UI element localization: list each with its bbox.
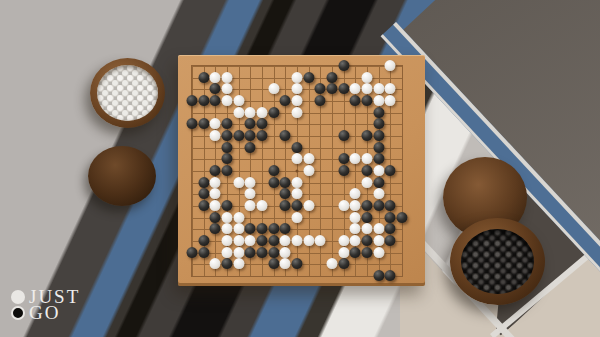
stone-white[interactable] (338, 235, 349, 246)
stone-black[interactable] (385, 270, 396, 281)
stone-black[interactable] (210, 95, 221, 106)
stone-black[interactable] (187, 95, 198, 106)
stone-black[interactable] (338, 258, 349, 269)
stone-black[interactable] (210, 223, 221, 234)
stone-black[interactable] (245, 247, 256, 258)
stone-white[interactable] (257, 200, 268, 211)
stone-black[interactable] (373, 142, 384, 153)
stone-white[interactable] (362, 72, 373, 83)
stone-white[interactable] (210, 177, 221, 188)
stone-black[interactable] (362, 200, 373, 211)
stone-black[interactable] (257, 130, 268, 141)
stone-white[interactable] (373, 247, 384, 258)
stone-black[interactable] (245, 130, 256, 141)
stone-black[interactable] (362, 235, 373, 246)
hoshi-point (296, 170, 299, 173)
stone-white[interactable] (210, 72, 221, 83)
stone-white[interactable] (292, 95, 303, 106)
stone-black[interactable] (397, 212, 408, 223)
stone-white[interactable] (292, 83, 303, 94)
stone-white[interactable] (210, 118, 221, 129)
stone-white[interactable] (233, 107, 244, 118)
stone-white[interactable] (303, 235, 314, 246)
stone-black[interactable] (198, 95, 209, 106)
stone-black[interactable] (280, 95, 291, 106)
stone-black[interactable] (327, 72, 338, 83)
stone-white[interactable] (245, 188, 256, 199)
stone-black[interactable] (210, 83, 221, 94)
stone-black[interactable] (268, 165, 279, 176)
stone-white[interactable] (245, 200, 256, 211)
stone-white[interactable] (268, 83, 279, 94)
stone-black[interactable] (198, 72, 209, 83)
stone-white[interactable] (373, 235, 384, 246)
stone-black[interactable] (268, 258, 279, 269)
stone-white[interactable] (233, 258, 244, 269)
stone-white[interactable] (245, 107, 256, 118)
stone-black[interactable] (362, 165, 373, 176)
stone-white[interactable] (292, 212, 303, 223)
stone-white[interactable] (292, 107, 303, 118)
stone-black[interactable] (187, 118, 198, 129)
stone-white[interactable] (210, 188, 221, 199)
stone-black[interactable] (373, 130, 384, 141)
stone-white[interactable] (292, 235, 303, 246)
stone-black[interactable] (338, 153, 349, 164)
stone-black[interactable] (338, 60, 349, 71)
stone-white[interactable] (373, 223, 384, 234)
stone-white[interactable] (292, 72, 303, 83)
stone-black[interactable] (362, 95, 373, 106)
stone-black[interactable] (222, 200, 233, 211)
stone-white[interactable] (385, 83, 396, 94)
stone-black[interactable] (350, 95, 361, 106)
go-board-grid[interactable] (191, 65, 403, 277)
stone-white[interactable] (350, 153, 361, 164)
stone-black[interactable] (292, 258, 303, 269)
stone-white[interactable] (233, 177, 244, 188)
stone-white[interactable] (233, 247, 244, 258)
stone-black[interactable] (257, 247, 268, 258)
stone-white[interactable] (350, 235, 361, 246)
stone-white[interactable] (362, 177, 373, 188)
stone-white[interactable] (338, 247, 349, 258)
stone-black[interactable] (245, 118, 256, 129)
stone-black[interactable] (373, 177, 384, 188)
stone-white[interactable] (222, 235, 233, 246)
stone-white[interactable] (210, 130, 221, 141)
stone-black[interactable] (222, 142, 233, 153)
stone-black[interactable] (292, 200, 303, 211)
stone-white[interactable] (222, 95, 233, 106)
stone-white[interactable] (222, 223, 233, 234)
stone-black[interactable] (280, 223, 291, 234)
stone-white[interactable] (350, 83, 361, 94)
stone-white[interactable] (350, 188, 361, 199)
stone-white[interactable] (210, 258, 221, 269)
stone-black[interactable] (222, 118, 233, 129)
stone-white[interactable] (280, 235, 291, 246)
stone-white[interactable] (373, 95, 384, 106)
stone-black[interactable] (222, 258, 233, 269)
stone-white[interactable] (233, 223, 244, 234)
stone-white[interactable] (222, 212, 233, 223)
stone-white[interactable] (210, 200, 221, 211)
stone-black[interactable] (233, 130, 244, 141)
stone-black[interactable] (198, 188, 209, 199)
stone-black[interactable] (210, 212, 221, 223)
stone-black[interactable] (362, 212, 373, 223)
stone-black[interactable] (222, 130, 233, 141)
stone-white[interactable] (338, 200, 349, 211)
stone-white[interactable] (303, 153, 314, 164)
white-stones-in-bowl (97, 65, 158, 121)
stone-white[interactable] (373, 165, 384, 176)
stone-black[interactable] (338, 83, 349, 94)
logo-text-go: GO (29, 304, 60, 321)
stone-black[interactable] (222, 153, 233, 164)
stone-white[interactable] (303, 200, 314, 211)
stone-black[interactable] (280, 188, 291, 199)
stone-black[interactable] (268, 235, 279, 246)
stone-black[interactable] (315, 95, 326, 106)
stone-white[interactable] (233, 212, 244, 223)
stone-white[interactable] (233, 95, 244, 106)
stone-white[interactable] (303, 165, 314, 176)
stone-white[interactable] (350, 223, 361, 234)
just-go-logo: JUST GO (11, 288, 80, 321)
stone-black[interactable] (268, 223, 279, 234)
stone-black[interactable] (257, 118, 268, 129)
black-stones-in-bowl (461, 229, 534, 294)
stone-black[interactable] (315, 83, 326, 94)
stone-white[interactable] (280, 258, 291, 269)
stone-white[interactable] (245, 177, 256, 188)
stone-white[interactable] (373, 188, 384, 199)
stone-white[interactable] (222, 72, 233, 83)
stone-white[interactable] (385, 95, 396, 106)
go-board[interactable] (178, 55, 425, 286)
stone-black[interactable] (373, 107, 384, 118)
stone-white[interactable] (350, 212, 361, 223)
stone-white[interactable] (362, 83, 373, 94)
stone-white[interactable] (280, 247, 291, 258)
stone-black[interactable] (385, 212, 396, 223)
stone-black[interactable] (385, 223, 396, 234)
stone-black[interactable] (268, 177, 279, 188)
stone-white[interactable] (257, 107, 268, 118)
stone-black[interactable] (303, 72, 314, 83)
stone-black[interactable] (327, 83, 338, 94)
stone-white[interactable] (350, 200, 361, 211)
stone-white[interactable] (315, 235, 326, 246)
stone-black[interactable] (268, 247, 279, 258)
stone-black[interactable] (257, 223, 268, 234)
stone-black[interactable] (280, 177, 291, 188)
black-stone-icon (11, 306, 25, 320)
stone-white[interactable] (292, 188, 303, 199)
stone-black[interactable] (198, 118, 209, 129)
stone-black[interactable] (385, 235, 396, 246)
stone-white[interactable] (385, 60, 396, 71)
stone-black[interactable] (373, 118, 384, 129)
stone-black[interactable] (187, 247, 198, 258)
stone-white[interactable] (233, 235, 244, 246)
stone-black[interactable] (338, 165, 349, 176)
black-stones-bowl (450, 218, 545, 305)
stone-black[interactable] (280, 200, 291, 211)
stone-black[interactable] (350, 247, 361, 258)
stone-black[interactable] (373, 153, 384, 164)
stone-black[interactable] (257, 235, 268, 246)
stone-white[interactable] (362, 223, 373, 234)
stone-black[interactable] (245, 142, 256, 153)
white-stone-icon (11, 290, 25, 304)
stone-black[interactable] (280, 130, 291, 141)
stone-black[interactable] (198, 235, 209, 246)
stone-white[interactable] (292, 153, 303, 164)
stone-white[interactable] (327, 258, 338, 269)
stone-white[interactable] (245, 235, 256, 246)
bowl-lid-left (88, 146, 156, 206)
stone-black[interactable] (198, 247, 209, 258)
stone-black[interactable] (292, 142, 303, 153)
stone-white[interactable] (292, 177, 303, 188)
white-stones-bowl (90, 58, 165, 128)
stone-black[interactable] (373, 270, 384, 281)
stone-black[interactable] (373, 200, 384, 211)
stone-black[interactable] (338, 130, 349, 141)
stone-black[interactable] (210, 165, 221, 176)
stone-white[interactable] (373, 83, 384, 94)
stone-black[interactable] (198, 177, 209, 188)
stone-white[interactable] (222, 247, 233, 258)
stone-black[interactable] (385, 165, 396, 176)
stone-black[interactable] (222, 165, 233, 176)
stone-white[interactable] (362, 153, 373, 164)
stone-white[interactable] (222, 83, 233, 94)
stone-black[interactable] (245, 223, 256, 234)
stone-black[interactable] (385, 200, 396, 211)
stone-black[interactable] (268, 107, 279, 118)
stone-black[interactable] (362, 130, 373, 141)
stone-black[interactable] (362, 247, 373, 258)
stone-black[interactable] (198, 200, 209, 211)
